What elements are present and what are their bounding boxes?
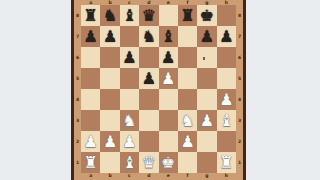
square-e2[interactable] (159, 131, 178, 152)
square-f8[interactable]: ♜ (178, 5, 197, 26)
square-h8[interactable] (217, 5, 236, 26)
square-d4[interactable] (139, 89, 158, 110)
square-h4[interactable]: ♟ (217, 89, 236, 110)
black-pawn-icon[interactable]: ♟ (120, 47, 139, 68)
rank-label-8: 8 (74, 5, 81, 26)
square-h5[interactable] (217, 68, 236, 89)
square-c2[interactable]: ♟ (120, 131, 139, 152)
square-e8[interactable] (159, 5, 178, 26)
black-pawn-icon[interactable]: ♟ (197, 26, 216, 47)
white-pawn-icon[interactable]: ♟ (197, 110, 216, 131)
file-label-d: d (139, 173, 158, 180)
file-label-a: a (81, 173, 100, 180)
file-label-c: c (120, 173, 139, 180)
square-h7[interactable]: ♟ (217, 26, 236, 47)
square-d7[interactable]: ♞ (139, 26, 158, 47)
rank-label-2: 2 (236, 131, 243, 152)
square-h2[interactable] (217, 131, 236, 152)
white-bishop-icon[interactable]: ♝ (120, 152, 139, 173)
square-g8[interactable]: ♚ (197, 5, 216, 26)
square-d3[interactable] (139, 110, 158, 131)
square-c3[interactable]: ♞ (120, 110, 139, 131)
square-e5[interactable]: ♟ (159, 68, 178, 89)
rank-label-1: 1 (236, 152, 243, 173)
file-label-f: f (178, 173, 197, 180)
square-d2[interactable] (139, 131, 158, 152)
square-g1[interactable] (197, 152, 216, 173)
black-king-icon[interactable]: ♚ (197, 5, 216, 26)
cursor-artifact (203, 57, 205, 60)
square-b1[interactable] (100, 152, 119, 173)
square-f2[interactable]: ♟ (178, 131, 197, 152)
rank-label-6: 6 (74, 47, 81, 68)
square-g5[interactable] (197, 68, 216, 89)
black-rook-icon[interactable]: ♜ (178, 5, 197, 26)
square-b5[interactable] (100, 68, 119, 89)
square-b2[interactable]: ♟ (100, 131, 119, 152)
square-e7[interactable]: ♝ (159, 26, 178, 47)
square-f1[interactable] (178, 152, 197, 173)
rank-label-5: 5 (74, 68, 81, 89)
square-g2[interactable] (197, 131, 216, 152)
square-e3[interactable] (159, 110, 178, 131)
square-g7[interactable]: ♟ (197, 26, 216, 47)
square-b7[interactable]: ♟ (100, 26, 119, 47)
square-h6[interactable] (217, 47, 236, 68)
rank-label-7: 7 (236, 26, 243, 47)
square-c4[interactable] (120, 89, 139, 110)
black-bishop-icon[interactable]: ♝ (159, 26, 178, 47)
white-knight-icon[interactable]: ♞ (120, 110, 139, 131)
square-b3[interactable] (100, 110, 119, 131)
square-c1[interactable]: ♝ (120, 152, 139, 173)
square-f5[interactable] (178, 68, 197, 89)
square-c8[interactable]: ♝ (120, 5, 139, 26)
square-a5[interactable] (81, 68, 100, 89)
square-g4[interactable] (197, 89, 216, 110)
square-d6[interactable] (139, 47, 158, 68)
square-b8[interactable]: ♞ (100, 5, 119, 26)
file-labels-bottom: abcdefgh (81, 173, 236, 180)
square-a7[interactable]: ♟ (81, 26, 100, 47)
square-d1[interactable]: ♛ (139, 152, 158, 173)
file-label-h: h (217, 173, 236, 180)
black-queen-icon[interactable]: ♛ (139, 5, 158, 26)
square-c7[interactable] (120, 26, 139, 47)
square-e4[interactable] (159, 89, 178, 110)
rank-label-3: 3 (74, 110, 81, 131)
white-rook-icon[interactable]: ♜ (81, 152, 100, 173)
rank-label-8: 8 (236, 5, 243, 26)
rank-label-7: 7 (74, 26, 81, 47)
rank-labels-right: 87654321 (236, 5, 243, 173)
square-a1[interactable]: ♜ (81, 152, 100, 173)
black-pawn-icon[interactable]: ♟ (139, 68, 158, 89)
square-c6[interactable]: ♟ (120, 47, 139, 68)
white-pawn-icon[interactable]: ♟ (159, 68, 178, 89)
white-pawn-icon[interactable]: ♟ (217, 89, 236, 110)
square-d8[interactable]: ♛ (139, 5, 158, 26)
white-bishop-icon[interactable]: ♝ (217, 110, 236, 131)
square-b6[interactable] (100, 47, 119, 68)
chess-board-frame: abcdefgh 87654321 ♜♞♝♛♜♚♟♟♞♝♟♟♟♟♟♟♟♞♞♟♝♟… (71, 0, 246, 180)
square-h1[interactable]: ♜ (217, 152, 236, 173)
square-a2[interactable]: ♟ (81, 131, 100, 152)
rank-label-4: 4 (236, 89, 243, 110)
white-rook-icon[interactable]: ♜ (217, 152, 236, 173)
black-knight-icon[interactable]: ♞ (139, 26, 158, 47)
file-label-b: b (100, 173, 119, 180)
square-g3[interactable]: ♟ (197, 110, 216, 131)
square-a3[interactable] (81, 110, 100, 131)
black-rook-icon[interactable]: ♜ (81, 5, 100, 26)
square-g6[interactable] (197, 47, 216, 68)
square-a6[interactable] (81, 47, 100, 68)
black-pawn-icon[interactable]: ♟ (81, 26, 100, 47)
square-b4[interactable] (100, 89, 119, 110)
square-a8[interactable]: ♜ (81, 5, 100, 26)
rank-label-1: 1 (74, 152, 81, 173)
rank-label-3: 3 (236, 110, 243, 131)
square-e6[interactable]: ♟ (159, 47, 178, 68)
chess-board: ♜♞♝♛♜♚♟♟♞♝♟♟♟♟♟♟♟♞♞♟♝♟♟♟♟♜♝♛♚♜ (81, 5, 236, 173)
white-pawn-icon[interactable]: ♟ (120, 131, 139, 152)
black-pawn-icon[interactable]: ♟ (100, 26, 119, 47)
square-e1[interactable]: ♚ (159, 152, 178, 173)
square-f7[interactable] (178, 26, 197, 47)
white-queen-icon[interactable]: ♛ (139, 152, 158, 173)
square-d5[interactable]: ♟ (139, 68, 158, 89)
square-f3[interactable]: ♞ (178, 110, 197, 131)
white-pawn-icon[interactable]: ♟ (178, 131, 197, 152)
white-pawn-icon[interactable]: ♟ (100, 131, 119, 152)
white-king-icon[interactable]: ♚ (159, 152, 178, 173)
rank-label-5: 5 (236, 68, 243, 89)
white-knight-icon[interactable]: ♞ (178, 110, 197, 131)
rank-label-2: 2 (74, 131, 81, 152)
square-f4[interactable] (178, 89, 197, 110)
square-a4[interactable] (81, 89, 100, 110)
file-label-e: e (159, 173, 178, 180)
white-pawn-icon[interactable]: ♟ (81, 131, 100, 152)
black-knight-icon[interactable]: ♞ (100, 5, 119, 26)
rank-label-4: 4 (74, 89, 81, 110)
file-label-g: g (197, 173, 216, 180)
square-h3[interactable]: ♝ (217, 110, 236, 131)
square-c5[interactable] (120, 68, 139, 89)
rank-labels-left: 87654321 (74, 5, 81, 173)
black-pawn-icon[interactable]: ♟ (159, 47, 178, 68)
board-middle: 87654321 ♜♞♝♛♜♚♟♟♞♝♟♟♟♟♟♟♟♞♞♟♝♟♟♟♟♜♝♛♚♜ … (74, 5, 243, 173)
black-pawn-icon[interactable]: ♟ (217, 26, 236, 47)
rank-label-6: 6 (236, 47, 243, 68)
black-bishop-icon[interactable]: ♝ (120, 5, 139, 26)
square-f6[interactable] (178, 47, 197, 68)
